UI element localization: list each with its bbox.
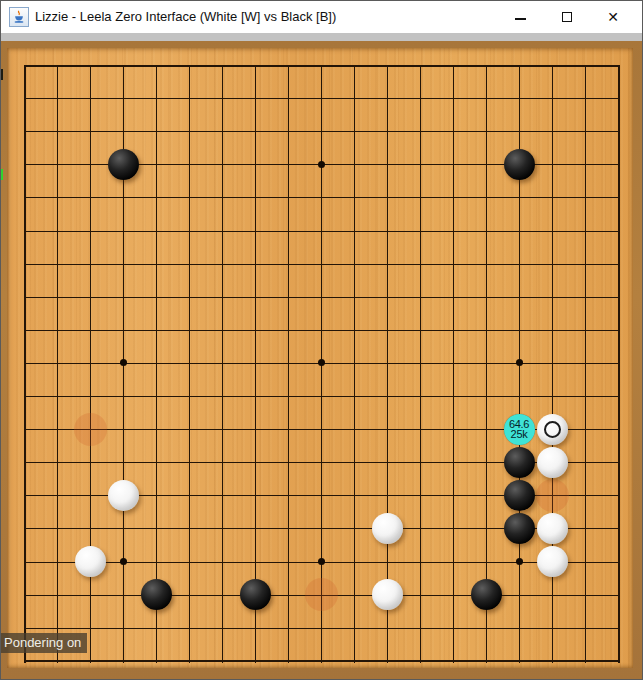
grid-line-vertical bbox=[618, 65, 620, 663]
screen-artifact-dark bbox=[1, 69, 3, 80]
black-stone bbox=[240, 579, 271, 610]
window-title: Lizzie - Leela Zero Interface (White [W]… bbox=[35, 1, 336, 33]
java-logo bbox=[12, 10, 26, 24]
grid-line-horizontal bbox=[24, 330, 620, 331]
grid-line-vertical bbox=[585, 65, 586, 663]
best-move-suggestion[interactable]: 64.625k bbox=[504, 414, 535, 445]
star-point bbox=[120, 359, 127, 366]
grid-line-horizontal bbox=[24, 660, 620, 662]
white-stone bbox=[372, 579, 403, 610]
menu-strip bbox=[1, 33, 642, 41]
star-point bbox=[120, 558, 127, 565]
minimize-button[interactable] bbox=[510, 9, 530, 25]
go-board[interactable]: 64.625k bbox=[7, 48, 633, 668]
star-point bbox=[318, 359, 325, 366]
grid-line-vertical bbox=[24, 65, 26, 663]
best-move-visits: 25k bbox=[511, 429, 528, 440]
grid-line-vertical bbox=[189, 65, 190, 663]
white-stone bbox=[537, 447, 568, 478]
grid-line-horizontal bbox=[24, 65, 620, 67]
white-stone bbox=[537, 513, 568, 544]
black-stone bbox=[141, 579, 172, 610]
black-stone bbox=[504, 149, 535, 180]
grid-line-horizontal bbox=[24, 297, 620, 298]
grid-line-vertical bbox=[453, 65, 454, 663]
grid-line-vertical bbox=[420, 65, 421, 663]
title-bar[interactable]: Lizzie - Leela Zero Interface (White [W]… bbox=[1, 1, 642, 33]
maximize-icon bbox=[562, 12, 572, 22]
black-stone bbox=[471, 579, 502, 610]
white-stone bbox=[108, 480, 139, 511]
black-stone bbox=[504, 447, 535, 478]
screen-artifact-green bbox=[1, 169, 3, 180]
grid-line-horizontal bbox=[24, 264, 620, 265]
grid-line-vertical bbox=[255, 65, 256, 663]
grid-line-horizontal bbox=[24, 131, 620, 132]
grid-line-horizontal bbox=[24, 628, 620, 629]
lizzie-window: Lizzie - Leela Zero Interface (White [W]… bbox=[0, 0, 643, 680]
minimize-icon bbox=[515, 18, 526, 20]
grid-line-horizontal bbox=[24, 231, 620, 232]
grid-line-vertical bbox=[354, 65, 355, 663]
black-stone bbox=[504, 480, 535, 511]
candidate-move-circle[interactable] bbox=[74, 413, 107, 446]
java-coffee-cup-icon bbox=[9, 7, 29, 27]
grid-line-horizontal bbox=[24, 396, 620, 397]
last-move-marker bbox=[544, 421, 561, 438]
grid-line-vertical bbox=[486, 65, 487, 663]
candidate-move-circle[interactable] bbox=[536, 479, 569, 512]
maximize-button[interactable] bbox=[557, 9, 577, 25]
black-stone bbox=[108, 149, 139, 180]
pondering-status: Pondering on bbox=[1, 633, 87, 653]
star-point bbox=[516, 359, 523, 366]
white-stone bbox=[537, 546, 568, 577]
grid-line-vertical bbox=[156, 65, 157, 663]
star-point bbox=[318, 558, 325, 565]
board-frame: 64.625k Pondering on bbox=[1, 41, 642, 679]
grid-line-horizontal bbox=[24, 98, 620, 99]
close-button[interactable]: ✕ bbox=[603, 9, 623, 25]
grid-line-vertical bbox=[288, 65, 289, 663]
white-stone bbox=[372, 513, 403, 544]
grid-line-vertical bbox=[222, 65, 223, 663]
grid-line-horizontal bbox=[24, 197, 620, 198]
black-stone bbox=[504, 513, 535, 544]
star-point bbox=[516, 558, 523, 565]
grid-line-vertical bbox=[57, 65, 58, 663]
candidate-move-circle[interactable] bbox=[305, 578, 338, 611]
star-point bbox=[318, 161, 325, 168]
white-stone bbox=[75, 546, 106, 577]
grid-line-vertical bbox=[387, 65, 388, 663]
